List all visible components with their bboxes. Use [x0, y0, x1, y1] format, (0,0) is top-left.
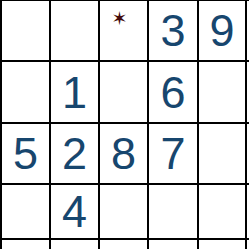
cell-r1c4[interactable]: 3 — [149, 1, 197, 60]
cell-r2c3[interactable] — [100, 62, 147, 122]
cell-r4c5[interactable] — [199, 185, 245, 238]
cell-r5c3-partial — [100, 240, 147, 249]
cell-r1c1[interactable] — [2, 1, 49, 60]
cell-value: 9 — [209, 8, 234, 53]
cell-r4c2[interactable]: 4 — [51, 185, 98, 238]
cell-r2c6-partial — [247, 62, 249, 122]
cell-r1c5[interactable]: 9 — [199, 1, 245, 60]
cell-r5c5-partial — [199, 240, 245, 249]
cell-r3c1[interactable]: 5 — [2, 124, 49, 183]
cell-r2c2[interactable]: 1 — [51, 62, 98, 122]
cell-r5c1-partial — [2, 240, 49, 249]
cell-r4c1[interactable] — [2, 185, 49, 238]
cell-value: 7 — [160, 131, 185, 176]
cell-r3c5[interactable] — [199, 124, 245, 183]
cell-r4c4[interactable] — [149, 185, 197, 238]
star-mark-icon: ✶ — [112, 1, 128, 28]
cell-value: 1 — [62, 70, 87, 115]
cell-r5c6-partial — [247, 240, 249, 249]
cell-value: 8 — [111, 131, 136, 176]
cell-r2c1[interactable] — [2, 62, 49, 122]
cell-r1c3[interactable]: ✶ — [100, 1, 147, 60]
cell-r1c2[interactable] — [51, 1, 98, 60]
cell-value: 5 — [13, 131, 38, 176]
cell-r3c3[interactable]: 8 — [100, 124, 147, 183]
cell-r3c2[interactable]: 2 — [51, 124, 98, 183]
cell-value: 6 — [160, 70, 185, 115]
cell-r4c6-partial — [247, 185, 249, 238]
cell-r3c6-partial — [247, 124, 249, 183]
cell-r4c3[interactable] — [100, 185, 147, 238]
sudoku-board: ✶ 3 9 1 6 5 2 8 7 4 — [0, 0, 249, 249]
cell-value: 4 — [62, 189, 87, 234]
cell-value: 2 — [62, 131, 87, 176]
cell-r3c4[interactable]: 7 — [149, 124, 197, 183]
cell-r1c6-partial — [247, 1, 249, 60]
cell-r5c4-partial — [149, 240, 197, 249]
cell-r2c5[interactable] — [199, 62, 245, 122]
cell-value: 3 — [160, 8, 185, 53]
cell-r2c4[interactable]: 6 — [149, 62, 197, 122]
cell-r5c2-partial — [51, 240, 98, 249]
